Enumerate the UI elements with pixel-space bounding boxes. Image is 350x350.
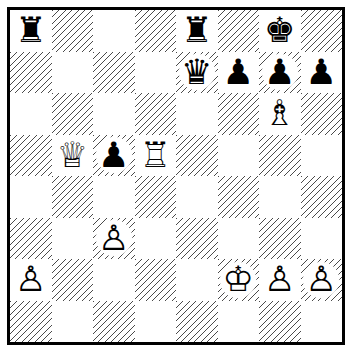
square-h1[interactable] [301,301,343,343]
square-h6[interactable] [301,93,343,135]
black-pawn-f7: ♟ [219,53,257,91]
square-f4[interactable] [218,176,260,218]
square-c4[interactable] [93,176,135,218]
black-pawn-g7: ♟ [261,53,299,91]
square-d3[interactable] [135,218,177,260]
square-c2[interactable] [93,259,135,301]
square-f7[interactable]: ♟ [218,52,260,94]
square-d1[interactable] [135,301,177,343]
square-h2[interactable]: ♙ [301,259,343,301]
square-b3[interactable] [52,218,94,260]
square-c3[interactable]: ♙ [93,218,135,260]
square-h7[interactable]: ♟ [301,52,343,94]
square-a7[interactable] [10,52,52,94]
square-c6[interactable] [93,93,135,135]
square-g2[interactable]: ♙ [259,259,301,301]
black-pawn-c5: ♟ [95,136,133,174]
white-pawn-g2: ♙ [261,261,299,299]
square-a4[interactable] [10,176,52,218]
square-g1[interactable] [259,301,301,343]
square-g8[interactable]: ♚ [259,10,301,52]
square-d5[interactable]: ♖ [135,135,177,177]
square-d2[interactable] [135,259,177,301]
square-b5[interactable]: ♕ [52,135,94,177]
square-f5[interactable] [218,135,260,177]
black-rook-e8: ♜ [178,12,216,50]
square-d8[interactable] [135,10,177,52]
square-c1[interactable] [93,301,135,343]
square-h8[interactable] [301,10,343,52]
square-b4[interactable] [52,176,94,218]
chess-board: ♜♜♚♛♟♟♟♗♕♟♖♙♙♔♙♙ [7,7,345,345]
square-a5[interactable] [10,135,52,177]
square-d6[interactable] [135,93,177,135]
black-king-g8: ♚ [261,12,299,50]
square-b6[interactable] [52,93,94,135]
white-pawn-c3: ♙ [95,219,133,257]
black-queen-e7: ♛ [178,53,216,91]
square-g4[interactable] [259,176,301,218]
white-pawn-a2: ♙ [12,261,50,299]
square-h5[interactable] [301,135,343,177]
square-a6[interactable] [10,93,52,135]
white-queen-b5: ♕ [53,136,91,174]
square-f6[interactable] [218,93,260,135]
square-e4[interactable] [176,176,218,218]
square-b2[interactable] [52,259,94,301]
square-g7[interactable]: ♟ [259,52,301,94]
square-b8[interactable] [52,10,94,52]
square-f8[interactable] [218,10,260,52]
black-pawn-h7: ♟ [302,53,340,91]
white-king-f2: ♔ [219,261,257,299]
square-h4[interactable] [301,176,343,218]
white-pawn-h2: ♙ [302,261,340,299]
square-c5[interactable]: ♟ [93,135,135,177]
black-rook-a8: ♜ [12,12,50,50]
square-e3[interactable] [176,218,218,260]
square-e1[interactable] [176,301,218,343]
square-f2[interactable]: ♔ [218,259,260,301]
square-a8[interactable]: ♜ [10,10,52,52]
white-bishop-g6: ♗ [261,95,299,133]
square-b7[interactable] [52,52,94,94]
square-g3[interactable] [259,218,301,260]
white-rook-d5: ♖ [136,136,174,174]
square-e7[interactable]: ♛ [176,52,218,94]
square-c7[interactable] [93,52,135,94]
square-c8[interactable] [93,10,135,52]
square-a1[interactable] [10,301,52,343]
square-d4[interactable] [135,176,177,218]
square-g5[interactable] [259,135,301,177]
square-h3[interactable] [301,218,343,260]
square-f1[interactable] [218,301,260,343]
square-e5[interactable] [176,135,218,177]
square-e2[interactable] [176,259,218,301]
square-f3[interactable] [218,218,260,260]
square-e6[interactable] [176,93,218,135]
square-b1[interactable] [52,301,94,343]
square-d7[interactable] [135,52,177,94]
square-a2[interactable]: ♙ [10,259,52,301]
square-a3[interactable] [10,218,52,260]
square-e8[interactable]: ♜ [176,10,218,52]
square-g6[interactable]: ♗ [259,93,301,135]
